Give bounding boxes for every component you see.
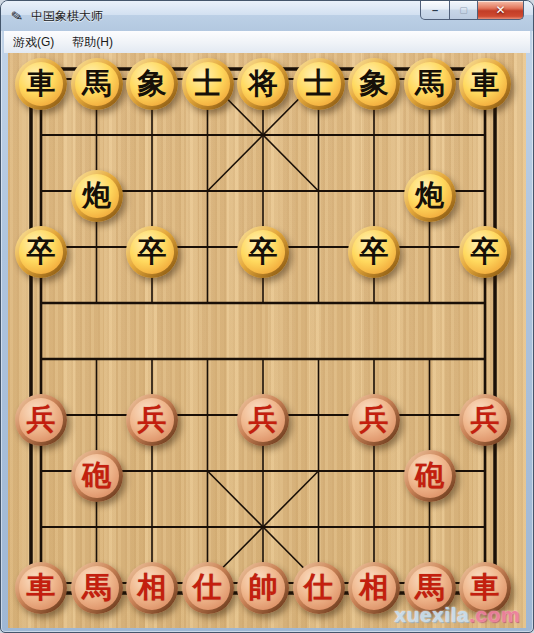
piece-character: 馬 (415, 69, 444, 98)
piece-face: 仕 (186, 566, 230, 610)
piece-red[interactable]: 砲 (71, 450, 123, 502)
piece-black[interactable]: 馬 (71, 58, 123, 110)
piece-character: 炮 (82, 181, 111, 210)
piece-black[interactable]: 卒 (348, 226, 400, 278)
piece-face: 卒 (19, 230, 63, 274)
piece-character: 卒 (249, 237, 278, 266)
piece-character: 象 (138, 69, 167, 98)
piece-face: 兵 (130, 398, 174, 442)
piece-character: 砲 (415, 461, 444, 490)
piece-face: 馬 (75, 566, 119, 610)
watermark: xuexila.com (394, 603, 520, 627)
piece-black[interactable]: 士 (293, 58, 345, 110)
piece-character: 馬 (82, 573, 111, 602)
piece-face: 卒 (463, 230, 507, 274)
piece-face: 兵 (241, 398, 285, 442)
watermark-tld: .com (469, 603, 520, 626)
piece-red[interactable]: 仕 (293, 562, 345, 614)
piece-red[interactable]: 兵 (237, 394, 289, 446)
piece-black[interactable]: 車 (15, 58, 67, 110)
piece-character: 象 (360, 69, 389, 98)
watermark-name: xuexila (394, 603, 469, 626)
piece-red[interactable]: 兵 (126, 394, 178, 446)
piece-black[interactable]: 炮 (404, 170, 456, 222)
window-controls: – ▢ ✕ (420, 1, 524, 20)
piece-black[interactable]: 象 (348, 58, 400, 110)
titlebar[interactable]: ✎ 中国象棋大师 – ▢ ✕ (1, 1, 533, 31)
piece-face: 士 (186, 62, 230, 106)
board-grid (8, 53, 526, 628)
app-window: ✎ 中国象棋大师 – ▢ ✕ 游戏(G) 帮助(H) 車馬象士将士象馬車炮炮卒卒… (0, 0, 534, 633)
piece-face: 象 (352, 62, 396, 106)
maximize-button[interactable]: ▢ (450, 1, 478, 20)
piece-face: 兵 (463, 398, 507, 442)
piece-black[interactable]: 士 (182, 58, 234, 110)
piece-black[interactable]: 車 (459, 58, 511, 110)
piece-face: 車 (19, 566, 63, 610)
piece-black[interactable]: 炮 (71, 170, 123, 222)
piece-character: 馬 (82, 69, 111, 98)
piece-face: 炮 (75, 174, 119, 218)
menu-item-help[interactable]: 帮助(H) (63, 31, 122, 54)
piece-red[interactable]: 帥 (237, 562, 289, 614)
piece-character: 卒 (27, 237, 56, 266)
piece-character: 兵 (138, 405, 167, 434)
piece-black[interactable]: 卒 (459, 226, 511, 278)
piece-character: 士 (304, 69, 333, 98)
piece-face: 仕 (297, 566, 341, 610)
piece-black[interactable]: 卒 (15, 226, 67, 278)
piece-character: 兵 (249, 405, 278, 434)
piece-character: 卒 (138, 237, 167, 266)
piece-face: 砲 (408, 454, 452, 498)
piece-face: 兵 (19, 398, 63, 442)
window-title: 中国象棋大师 (31, 8, 103, 25)
piece-red[interactable]: 車 (15, 562, 67, 614)
piece-character: 兵 (27, 405, 56, 434)
piece-face: 卒 (130, 230, 174, 274)
piece-character: 相 (138, 573, 167, 602)
piece-character: 車 (471, 69, 500, 98)
piece-red[interactable]: 兵 (459, 394, 511, 446)
menubar: 游戏(G) 帮助(H) (4, 31, 530, 53)
close-button[interactable]: ✕ (478, 1, 524, 20)
piece-character: 仕 (304, 573, 333, 602)
piece-red[interactable]: 兵 (15, 394, 67, 446)
piece-face: 卒 (241, 230, 285, 274)
piece-face: 馬 (75, 62, 119, 106)
piece-character: 車 (27, 573, 56, 602)
minimize-button[interactable]: – (420, 1, 450, 20)
piece-face: 炮 (408, 174, 452, 218)
piece-character: 車 (471, 573, 500, 602)
piece-red[interactable]: 砲 (404, 450, 456, 502)
piece-face: 帥 (241, 566, 285, 610)
piece-face: 象 (130, 62, 174, 106)
piece-character: 仕 (193, 573, 222, 602)
piece-character: 将 (249, 69, 278, 98)
piece-character: 相 (360, 573, 389, 602)
piece-face: 相 (130, 566, 174, 610)
piece-face: 馬 (408, 62, 452, 106)
piece-face: 将 (241, 62, 285, 106)
piece-character: 兵 (360, 405, 389, 434)
piece-face: 砲 (75, 454, 119, 498)
piece-character: 卒 (360, 237, 389, 266)
piece-red[interactable]: 相 (348, 562, 400, 614)
piece-face: 卒 (352, 230, 396, 274)
piece-black[interactable]: 卒 (126, 226, 178, 278)
piece-face: 士 (297, 62, 341, 106)
piece-character: 砲 (82, 461, 111, 490)
piece-character: 卒 (471, 237, 500, 266)
app-icon: ✎ (8, 7, 27, 26)
piece-black[interactable]: 卒 (237, 226, 289, 278)
piece-character: 馬 (415, 573, 444, 602)
piece-character: 車 (27, 69, 56, 98)
piece-character: 士 (193, 69, 222, 98)
piece-character: 炮 (415, 181, 444, 210)
piece-character: 兵 (471, 405, 500, 434)
xiangqi-board[interactable]: 車馬象士将士象馬車炮炮卒卒卒卒卒兵兵兵兵兵砲砲車馬相仕帥仕相馬車 xuexila… (8, 53, 526, 628)
piece-red[interactable]: 仕 (182, 562, 234, 614)
piece-red[interactable]: 馬 (71, 562, 123, 614)
piece-black[interactable]: 象 (126, 58, 178, 110)
piece-face: 相 (352, 566, 396, 610)
piece-red[interactable]: 兵 (348, 394, 400, 446)
piece-face: 車 (19, 62, 63, 106)
piece-character: 帥 (249, 573, 278, 602)
piece-face: 兵 (352, 398, 396, 442)
piece-face: 車 (463, 62, 507, 106)
piece-red[interactable]: 相 (126, 562, 178, 614)
piece-black[interactable]: 将 (237, 58, 289, 110)
piece-black[interactable]: 馬 (404, 58, 456, 110)
menu-item-game[interactable]: 游戏(G) (4, 31, 63, 54)
